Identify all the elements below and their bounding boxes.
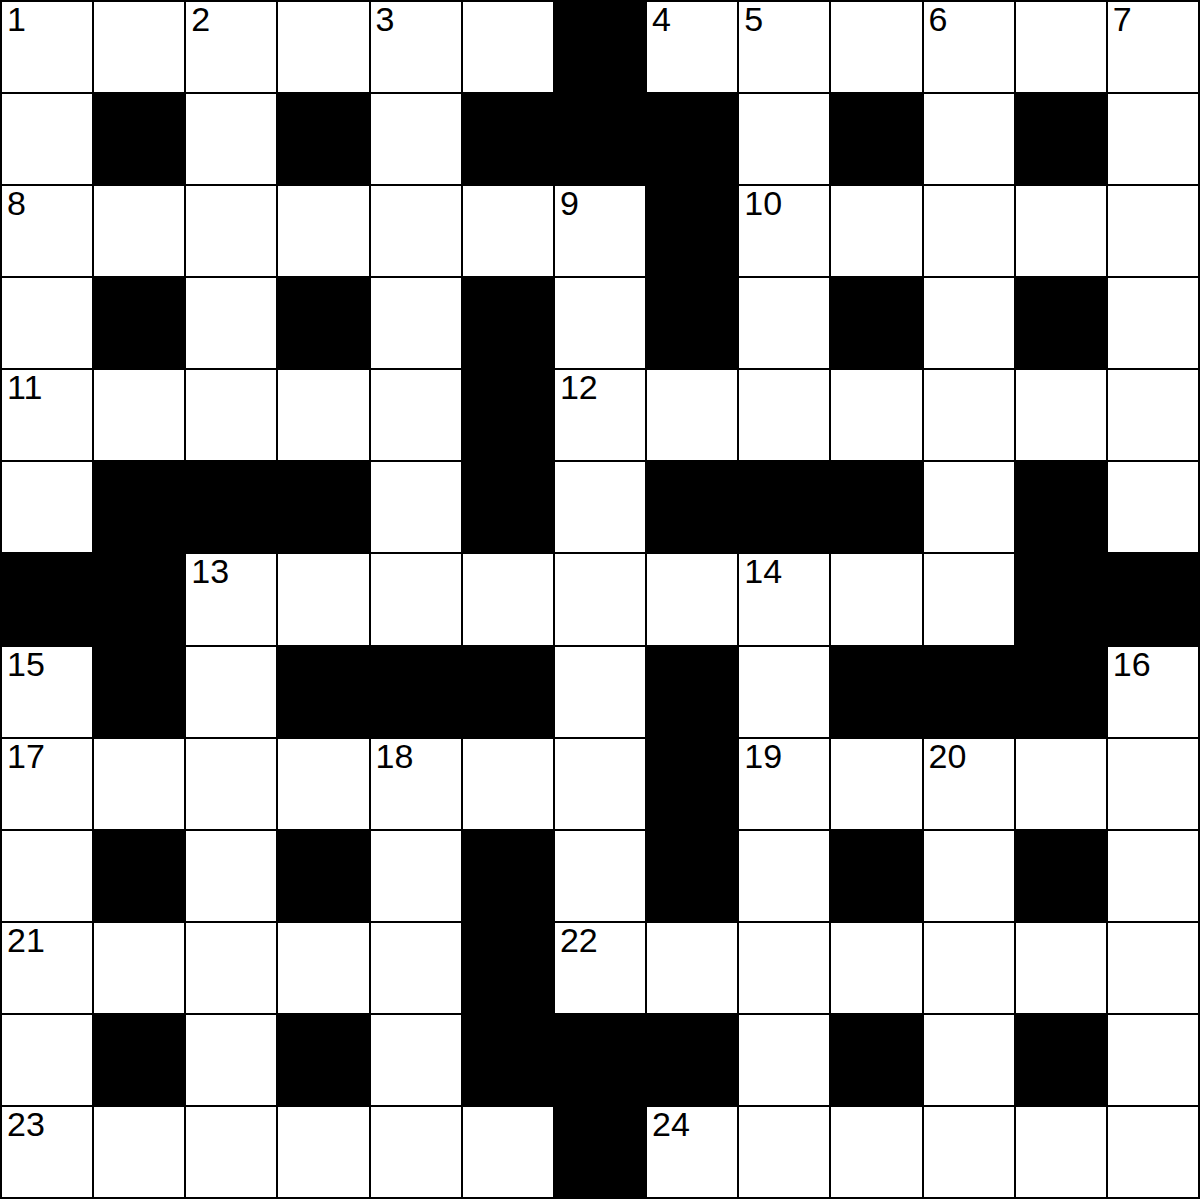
cell-r1c10[interactable] [924, 94, 1014, 184]
black-cell-r3c7 [647, 278, 737, 368]
black-cell-r7c3 [278, 647, 368, 737]
cell-r9c8[interactable] [739, 831, 829, 921]
black-cell-r3c11 [1016, 278, 1106, 368]
cell-r2c4[interactable] [371, 186, 461, 276]
cell-r0c4[interactable]: 3 [371, 2, 461, 92]
clue-number: 8 [7, 186, 26, 222]
black-cell-r11c11 [1016, 1015, 1106, 1105]
cell-r8c3[interactable] [278, 739, 368, 829]
cell-r11c0[interactable] [2, 1015, 92, 1105]
clue-number: 19 [744, 739, 782, 775]
cell-r0c7[interactable]: 4 [647, 2, 737, 92]
cell-r5c0[interactable] [2, 462, 92, 552]
cell-r9c6[interactable] [555, 831, 645, 921]
cell-r12c0[interactable]: 23 [2, 1107, 92, 1197]
black-cell-r7c9 [831, 647, 921, 737]
cell-r4c3[interactable] [278, 370, 368, 460]
cell-r0c0[interactable]: 1 [2, 2, 92, 92]
clue-number: 10 [744, 186, 782, 222]
clue-number: 7 [1113, 2, 1132, 38]
cell-r6c4[interactable] [371, 554, 461, 644]
clue-number: 5 [744, 2, 763, 38]
cell-r2c10[interactable] [924, 186, 1014, 276]
cell-r10c8[interactable] [739, 923, 829, 1013]
cell-r4c2[interactable] [186, 370, 276, 460]
black-cell-r9c3 [278, 831, 368, 921]
cell-r8c12[interactable] [1108, 739, 1198, 829]
cell-r2c9[interactable] [831, 186, 921, 276]
black-cell-r9c11 [1016, 831, 1106, 921]
cell-r12c1[interactable] [94, 1107, 184, 1197]
cell-r2c6[interactable]: 9 [555, 186, 645, 276]
black-cell-r9c7 [647, 831, 737, 921]
black-cell-r1c6 [555, 94, 645, 184]
cell-r8c1[interactable] [94, 739, 184, 829]
clue-number: 2 [191, 2, 210, 38]
cell-r6c6[interactable] [555, 554, 645, 644]
cell-r6c7[interactable] [647, 554, 737, 644]
cell-r6c2[interactable]: 13 [186, 554, 276, 644]
cell-r10c10[interactable] [924, 923, 1014, 1013]
clue-number: 4 [652, 2, 671, 38]
cell-r8c5[interactable] [463, 739, 553, 829]
black-cell-r3c9 [831, 278, 921, 368]
cell-r4c1[interactable] [94, 370, 184, 460]
cell-r3c10[interactable] [924, 278, 1014, 368]
black-cell-r1c5 [463, 94, 553, 184]
black-cell-r6c11 [1016, 554, 1106, 644]
cell-r5c6[interactable] [555, 462, 645, 552]
black-cell-r5c3 [278, 462, 368, 552]
black-cell-r5c5 [463, 462, 553, 552]
cell-r1c0[interactable] [2, 94, 92, 184]
black-cell-r7c4 [371, 647, 461, 737]
cell-r9c12[interactable] [1108, 831, 1198, 921]
crossword-grid: 123456789101112131415161718192021222324 [0, 0, 1200, 1199]
black-cell-r9c9 [831, 831, 921, 921]
cell-r10c1[interactable] [94, 923, 184, 1013]
clue-number: 9 [560, 186, 579, 222]
cell-r12c9[interactable] [831, 1107, 921, 1197]
cell-r3c12[interactable] [1108, 278, 1198, 368]
cell-r6c9[interactable] [831, 554, 921, 644]
cell-r5c12[interactable] [1108, 462, 1198, 552]
black-cell-r11c1 [94, 1015, 184, 1105]
cell-r3c4[interactable] [371, 278, 461, 368]
clue-number: 17 [7, 739, 45, 775]
cell-r7c2[interactable] [186, 647, 276, 737]
cell-r6c5[interactable] [463, 554, 553, 644]
cell-r10c12[interactable] [1108, 923, 1198, 1013]
clue-number: 13 [191, 554, 229, 590]
black-cell-r1c3 [278, 94, 368, 184]
black-cell-r6c1 [94, 554, 184, 644]
cell-r10c2[interactable] [186, 923, 276, 1013]
cell-r3c6[interactable] [555, 278, 645, 368]
cell-r12c12[interactable] [1108, 1107, 1198, 1197]
black-cell-r11c5 [463, 1015, 553, 1105]
black-cell-r1c1 [94, 94, 184, 184]
clue-number: 16 [1113, 647, 1151, 683]
cell-r2c2[interactable] [186, 186, 276, 276]
clue-number: 3 [376, 2, 395, 38]
cell-r12c4[interactable] [371, 1107, 461, 1197]
cell-r12c3[interactable] [278, 1107, 368, 1197]
clue-number: 11 [7, 370, 42, 406]
black-cell-r7c10 [924, 647, 1014, 737]
cell-r1c4[interactable] [371, 94, 461, 184]
cell-r5c4[interactable] [371, 462, 461, 552]
cell-r4c9[interactable] [831, 370, 921, 460]
cell-r4c10[interactable] [924, 370, 1014, 460]
cell-r7c0[interactable]: 15 [2, 647, 92, 737]
cell-r8c10[interactable]: 20 [924, 739, 1014, 829]
cell-r0c1[interactable] [94, 2, 184, 92]
cell-r12c11[interactable] [1016, 1107, 1106, 1197]
clue-number: 20 [929, 739, 967, 775]
cell-r2c11[interactable] [1016, 186, 1106, 276]
black-cell-r6c12 [1108, 554, 1198, 644]
cell-r10c0[interactable]: 21 [2, 923, 92, 1013]
black-cell-r11c7 [647, 1015, 737, 1105]
cell-r10c3[interactable] [278, 923, 368, 1013]
black-cell-r3c5 [463, 278, 553, 368]
cell-r8c6[interactable] [555, 739, 645, 829]
black-cell-r5c9 [831, 462, 921, 552]
cell-r3c0[interactable] [2, 278, 92, 368]
cell-r9c4[interactable] [371, 831, 461, 921]
black-cell-r0c6 [555, 2, 645, 92]
cell-r4c11[interactable] [1016, 370, 1106, 460]
black-cell-r9c5 [463, 831, 553, 921]
clue-number: 23 [7, 1107, 45, 1143]
cell-r8c4[interactable]: 18 [371, 739, 461, 829]
black-cell-r1c7 [647, 94, 737, 184]
cell-r9c2[interactable] [186, 831, 276, 921]
black-cell-r8c7 [647, 739, 737, 829]
cell-r12c5[interactable] [463, 1107, 553, 1197]
cell-r4c4[interactable] [371, 370, 461, 460]
cell-r10c4[interactable] [371, 923, 461, 1013]
cell-r8c11[interactable] [1016, 739, 1106, 829]
cell-r5c10[interactable] [924, 462, 1014, 552]
cell-r8c8[interactable]: 19 [739, 739, 829, 829]
cell-r0c8[interactable]: 5 [739, 2, 829, 92]
cell-r1c2[interactable] [186, 94, 276, 184]
cell-r8c0[interactable]: 17 [2, 739, 92, 829]
black-cell-r5c11 [1016, 462, 1106, 552]
cell-r2c3[interactable] [278, 186, 368, 276]
black-cell-r7c7 [647, 647, 737, 737]
clue-number: 14 [744, 554, 782, 590]
black-cell-r11c3 [278, 1015, 368, 1105]
cell-r10c6[interactable]: 22 [555, 923, 645, 1013]
clue-number: 21 [7, 923, 45, 959]
cell-r12c10[interactable] [924, 1107, 1014, 1197]
black-cell-r4c5 [463, 370, 553, 460]
clue-number: 1 [7, 2, 26, 38]
cell-r12c2[interactable] [186, 1107, 276, 1197]
cell-r0c3[interactable] [278, 2, 368, 92]
black-cell-r1c9 [831, 94, 921, 184]
black-cell-r5c8 [739, 462, 829, 552]
cell-r0c2[interactable]: 2 [186, 2, 276, 92]
cell-r3c2[interactable] [186, 278, 276, 368]
cell-r4c0[interactable]: 11 [2, 370, 92, 460]
black-cell-r7c1 [94, 647, 184, 737]
cell-r2c8[interactable]: 10 [739, 186, 829, 276]
clue-number: 15 [7, 647, 45, 683]
cell-r4c7[interactable] [647, 370, 737, 460]
cell-r10c9[interactable] [831, 923, 921, 1013]
cell-r9c10[interactable] [924, 831, 1014, 921]
black-cell-r5c2 [186, 462, 276, 552]
cell-r6c10[interactable] [924, 554, 1014, 644]
cell-r6c3[interactable] [278, 554, 368, 644]
cell-r12c8[interactable] [739, 1107, 829, 1197]
cell-r1c8[interactable] [739, 94, 829, 184]
cell-r0c9[interactable] [831, 2, 921, 92]
cell-r0c5[interactable] [463, 2, 553, 92]
cell-r2c1[interactable] [94, 186, 184, 276]
black-cell-r11c6 [555, 1015, 645, 1105]
cell-r12c7[interactable]: 24 [647, 1107, 737, 1197]
cell-r8c9[interactable] [831, 739, 921, 829]
cell-r2c0[interactable]: 8 [2, 186, 92, 276]
black-cell-r12c6 [555, 1107, 645, 1197]
cell-r10c11[interactable] [1016, 923, 1106, 1013]
cell-r8c2[interactable] [186, 739, 276, 829]
black-cell-r3c1 [94, 278, 184, 368]
cell-r11c12[interactable] [1108, 1015, 1198, 1105]
cell-r11c8[interactable] [739, 1015, 829, 1105]
black-cell-r5c1 [94, 462, 184, 552]
black-cell-r7c11 [1016, 647, 1106, 737]
cell-r10c7[interactable] [647, 923, 737, 1013]
clue-number: 22 [560, 923, 598, 959]
cell-r0c10[interactable]: 6 [924, 2, 1014, 92]
cell-r11c10[interactable] [924, 1015, 1014, 1105]
cell-r3c8[interactable] [739, 278, 829, 368]
cell-r4c12[interactable] [1108, 370, 1198, 460]
cell-r11c4[interactable] [371, 1015, 461, 1105]
black-cell-r1c11 [1016, 94, 1106, 184]
cell-r4c6[interactable]: 12 [555, 370, 645, 460]
black-cell-r5c7 [647, 462, 737, 552]
cell-r4c8[interactable] [739, 370, 829, 460]
black-cell-r6c0 [2, 554, 92, 644]
cell-r11c2[interactable] [186, 1015, 276, 1105]
cell-r7c8[interactable] [739, 647, 829, 737]
black-cell-r2c7 [647, 186, 737, 276]
cell-r6c8[interactable]: 14 [739, 554, 829, 644]
cell-r9c0[interactable] [2, 831, 92, 921]
cell-r2c5[interactable] [463, 186, 553, 276]
cell-r7c12[interactable]: 16 [1108, 647, 1198, 737]
clue-number: 18 [376, 739, 414, 775]
black-cell-r10c5 [463, 923, 553, 1013]
cell-r2c12[interactable] [1108, 186, 1198, 276]
cell-r1c12[interactable] [1108, 94, 1198, 184]
black-cell-r11c9 [831, 1015, 921, 1105]
black-cell-r7c5 [463, 647, 553, 737]
clue-number: 12 [560, 370, 598, 406]
black-cell-r9c1 [94, 831, 184, 921]
clue-number: 6 [929, 2, 948, 38]
cell-r0c12[interactable]: 7 [1108, 2, 1198, 92]
black-cell-r3c3 [278, 278, 368, 368]
cell-r7c6[interactable] [555, 647, 645, 737]
clue-number: 24 [652, 1107, 690, 1143]
cell-r0c11[interactable] [1016, 2, 1106, 92]
